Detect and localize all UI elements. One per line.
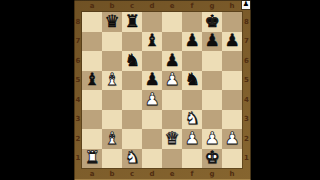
square-b2[interactable]: ♝ <box>102 129 122 149</box>
square-h3[interactable] <box>222 110 242 130</box>
file-label-h: h <box>222 0 242 12</box>
square-b1[interactable] <box>102 149 122 169</box>
black-pawn-piece: ♟ <box>184 32 199 49</box>
file-label-f: f <box>182 168 202 180</box>
square-a4[interactable] <box>82 90 102 110</box>
square-d7[interactable]: ♝ <box>142 32 162 52</box>
file-label-a: a <box>82 0 102 12</box>
square-c4[interactable] <box>122 90 142 110</box>
square-a1[interactable]: ♜ <box>82 149 102 169</box>
video-frame: abcdefgh abcdefgh 87654321 87654321 ♛♜♚♝… <box>0 0 320 180</box>
rank-label-7: 7 <box>242 32 251 52</box>
square-f6[interactable] <box>182 51 202 71</box>
square-a6[interactable] <box>82 51 102 71</box>
square-b3[interactable] <box>102 110 122 130</box>
square-a2[interactable] <box>82 129 102 149</box>
black-king-piece: ♚ <box>204 13 219 30</box>
black-pawn-icon: ♟ <box>243 1 249 8</box>
black-bishop-piece: ♝ <box>84 71 99 88</box>
square-d6[interactable] <box>142 51 162 71</box>
white-pawn-piece: ♟ <box>224 130 239 147</box>
white-pawn-piece: ♟ <box>184 130 199 147</box>
white-pawn-piece: ♟ <box>204 130 219 147</box>
square-h7[interactable]: ♟ <box>222 32 242 52</box>
rank-label-8: 8 <box>74 12 82 32</box>
square-g8[interactable]: ♚ <box>202 12 222 32</box>
square-g2[interactable]: ♟ <box>202 129 222 149</box>
black-pawn-piece: ♟ <box>224 32 239 49</box>
square-h1[interactable] <box>222 149 242 169</box>
square-d1[interactable] <box>142 149 162 169</box>
square-e4[interactable] <box>162 90 182 110</box>
square-b6[interactable] <box>102 51 122 71</box>
black-knight-piece: ♞ <box>184 71 199 88</box>
square-h2[interactable]: ♟ <box>222 129 242 149</box>
square-f1[interactable] <box>182 149 202 169</box>
square-c3[interactable] <box>122 110 142 130</box>
black-knight-piece: ♞ <box>124 52 139 69</box>
black-pawn-piece: ♟ <box>164 52 179 69</box>
square-g4[interactable] <box>202 90 222 110</box>
square-a7[interactable] <box>82 32 102 52</box>
rank-labels-right: 87654321 <box>242 12 251 168</box>
square-d4[interactable]: ♟ <box>142 90 162 110</box>
board-grid: ♛♜♚♝♟♟♟♞♟♝♝♟♟♞♟♞♝♛♟♟♟♜♞♚ <box>82 12 242 168</box>
rank-label-3: 3 <box>242 110 251 130</box>
square-c2[interactable] <box>122 129 142 149</box>
square-f4[interactable] <box>182 90 202 110</box>
square-a3[interactable] <box>82 110 102 130</box>
white-bishop-piece: ♝ <box>104 71 119 88</box>
file-label-d: d <box>142 168 162 180</box>
black-pawn-piece: ♟ <box>204 32 219 49</box>
square-f2[interactable]: ♟ <box>182 129 202 149</box>
chess-board: abcdefgh abcdefgh 87654321 87654321 ♛♜♚♝… <box>74 0 251 180</box>
file-label-h: h <box>222 168 242 180</box>
square-d3[interactable] <box>142 110 162 130</box>
white-bishop-piece: ♝ <box>104 130 119 147</box>
square-g5[interactable] <box>202 71 222 91</box>
file-label-a: a <box>82 168 102 180</box>
square-g1[interactable]: ♚ <box>202 149 222 169</box>
square-g3[interactable] <box>202 110 222 130</box>
square-h4[interactable] <box>222 90 242 110</box>
rank-label-1: 1 <box>74 149 82 169</box>
square-e6[interactable]: ♟ <box>162 51 182 71</box>
square-h8[interactable] <box>222 12 242 32</box>
rank-label-5: 5 <box>242 71 251 91</box>
square-b5[interactable]: ♝ <box>102 71 122 91</box>
file-label-e: e <box>162 0 182 12</box>
square-g7[interactable]: ♟ <box>202 32 222 52</box>
rank-label-1: 1 <box>242 149 251 169</box>
white-knight-piece: ♞ <box>124 149 139 166</box>
square-c6[interactable]: ♞ <box>122 51 142 71</box>
square-d2[interactable] <box>142 129 162 149</box>
rank-labels-left: 87654321 <box>74 12 82 168</box>
square-g6[interactable] <box>202 51 222 71</box>
square-f8[interactable] <box>182 12 202 32</box>
black-queen-piece: ♛ <box>104 13 119 30</box>
square-b4[interactable] <box>102 90 122 110</box>
file-label-g: g <box>202 168 222 180</box>
white-queen-piece: ♛ <box>164 130 179 147</box>
square-h6[interactable] <box>222 51 242 71</box>
rank-label-2: 2 <box>74 129 82 149</box>
square-e5[interactable]: ♟ <box>162 71 182 91</box>
square-b8[interactable]: ♛ <box>102 12 122 32</box>
square-c8[interactable]: ♜ <box>122 12 142 32</box>
square-b7[interactable] <box>102 32 122 52</box>
black-bishop-piece: ♝ <box>144 32 159 49</box>
square-f5[interactable]: ♞ <box>182 71 202 91</box>
square-e3[interactable] <box>162 110 182 130</box>
square-f7[interactable]: ♟ <box>182 32 202 52</box>
white-pawn-piece: ♟ <box>164 71 179 88</box>
rank-label-6: 6 <box>242 51 251 71</box>
square-c1[interactable]: ♞ <box>122 149 142 169</box>
file-label-c: c <box>122 168 142 180</box>
move-indicator: ♟ <box>242 1 250 9</box>
white-pawn-piece: ♟ <box>144 91 159 108</box>
rank-label-7: 7 <box>74 32 82 52</box>
square-e8[interactable] <box>162 12 182 32</box>
black-pawn-piece: ♟ <box>144 71 159 88</box>
white-rook-piece: ♜ <box>84 149 99 166</box>
square-h5[interactable] <box>222 71 242 91</box>
white-king-piece: ♚ <box>204 149 219 166</box>
black-rook-piece: ♜ <box>124 13 139 30</box>
file-label-b: b <box>102 168 122 180</box>
square-f3[interactable]: ♞ <box>182 110 202 130</box>
rank-label-4: 4 <box>242 90 251 110</box>
rank-label-6: 6 <box>74 51 82 71</box>
rank-label-8: 8 <box>242 12 251 32</box>
file-label-e: e <box>162 168 182 180</box>
rank-label-3: 3 <box>74 110 82 130</box>
file-label-d: d <box>142 0 162 12</box>
square-e2[interactable]: ♛ <box>162 129 182 149</box>
white-knight-piece: ♞ <box>184 110 199 127</box>
file-labels-bottom: abcdefgh <box>82 168 242 180</box>
square-e1[interactable] <box>162 149 182 169</box>
square-d8[interactable] <box>142 12 162 32</box>
square-c5[interactable] <box>122 71 142 91</box>
square-e7[interactable] <box>162 32 182 52</box>
file-label-f: f <box>182 0 202 12</box>
rank-label-5: 5 <box>74 71 82 91</box>
rank-label-4: 4 <box>74 90 82 110</box>
rank-label-2: 2 <box>242 129 251 149</box>
square-a5[interactable]: ♝ <box>82 71 102 91</box>
square-d5[interactable]: ♟ <box>142 71 162 91</box>
square-c7[interactable] <box>122 32 142 52</box>
square-a8[interactable] <box>82 12 102 32</box>
